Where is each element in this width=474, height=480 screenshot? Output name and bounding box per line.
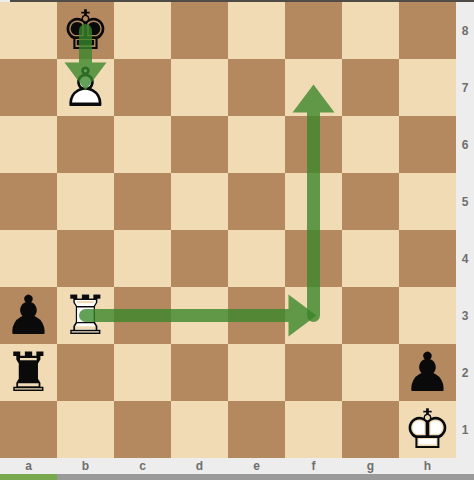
square-g5[interactable] bbox=[342, 173, 399, 230]
piece-black-pawn[interactable]: ♟ bbox=[0, 287, 57, 344]
square-g3[interactable] bbox=[342, 287, 399, 344]
square-b1[interactable] bbox=[57, 401, 114, 458]
square-b7[interactable]: ♟♙ bbox=[57, 59, 114, 116]
file-label-d: d bbox=[171, 458, 228, 474]
square-b2[interactable] bbox=[57, 344, 114, 401]
square-h1[interactable]: ♚♔ bbox=[399, 401, 456, 458]
board-progress-bar bbox=[0, 474, 474, 480]
square-d2[interactable] bbox=[171, 344, 228, 401]
piece-white-pawn[interactable]: ♟♙ bbox=[57, 59, 114, 116]
file-label-b: b bbox=[57, 458, 114, 474]
square-c2[interactable] bbox=[114, 344, 171, 401]
square-d4[interactable] bbox=[171, 230, 228, 287]
square-c3[interactable] bbox=[114, 287, 171, 344]
square-b4[interactable] bbox=[57, 230, 114, 287]
square-e2[interactable] bbox=[228, 344, 285, 401]
square-a3[interactable]: ♟ bbox=[0, 287, 57, 344]
square-d3[interactable] bbox=[171, 287, 228, 344]
square-g2[interactable] bbox=[342, 344, 399, 401]
rank-label-3: 3 bbox=[456, 287, 474, 344]
rank-label-7: 7 bbox=[456, 59, 474, 116]
square-d5[interactable] bbox=[171, 173, 228, 230]
square-h7[interactable] bbox=[399, 59, 456, 116]
square-e3[interactable] bbox=[228, 287, 285, 344]
square-f5[interactable] bbox=[285, 173, 342, 230]
black-king-glyph: ♚ bbox=[57, 2, 114, 59]
square-g7[interactable] bbox=[342, 59, 399, 116]
rank-coordinates: 87654321 bbox=[456, 2, 474, 458]
black-pawn-glyph: ♟ bbox=[399, 344, 456, 401]
square-f8[interactable] bbox=[285, 2, 342, 59]
rank-label-1: 1 bbox=[456, 401, 474, 458]
square-f4[interactable] bbox=[285, 230, 342, 287]
piece-white-king[interactable]: ♚♔ bbox=[399, 401, 456, 458]
file-label-f: f bbox=[285, 458, 342, 474]
square-a5[interactable] bbox=[0, 173, 57, 230]
progress-green-segment bbox=[0, 474, 57, 480]
square-e4[interactable] bbox=[228, 230, 285, 287]
square-a7[interactable] bbox=[0, 59, 57, 116]
square-h2[interactable]: ♟ bbox=[399, 344, 456, 401]
square-b3[interactable]: ♜♖ bbox=[57, 287, 114, 344]
file-label-g: g bbox=[342, 458, 399, 474]
square-c7[interactable] bbox=[114, 59, 171, 116]
square-f2[interactable] bbox=[285, 344, 342, 401]
square-b5[interactable] bbox=[57, 173, 114, 230]
black-rook-glyph: ♜ bbox=[0, 344, 57, 401]
white-rook-outline: ♖ bbox=[57, 287, 114, 344]
piece-white-rook[interactable]: ♜♖ bbox=[57, 287, 114, 344]
square-h6[interactable] bbox=[399, 116, 456, 173]
file-label-h: h bbox=[399, 458, 456, 474]
square-c5[interactable] bbox=[114, 173, 171, 230]
square-c4[interactable] bbox=[114, 230, 171, 287]
square-b6[interactable] bbox=[57, 116, 114, 173]
chess-widget: ♚♟♙♟♜♖♜♟♚♔ 87654321 abcdefgh bbox=[0, 0, 474, 480]
black-pawn-glyph: ♟ bbox=[0, 287, 57, 344]
square-g1[interactable] bbox=[342, 401, 399, 458]
square-c1[interactable] bbox=[114, 401, 171, 458]
progress-gray-segment bbox=[57, 474, 474, 480]
file-label-a: a bbox=[0, 458, 57, 474]
square-f3[interactable] bbox=[285, 287, 342, 344]
square-h8[interactable] bbox=[399, 2, 456, 59]
chess-board[interactable]: ♚♟♙♟♜♖♜♟♚♔ bbox=[0, 2, 456, 458]
white-pawn-outline: ♙ bbox=[57, 59, 114, 116]
square-f1[interactable] bbox=[285, 401, 342, 458]
square-g8[interactable] bbox=[342, 2, 399, 59]
square-h3[interactable] bbox=[399, 287, 456, 344]
square-e8[interactable] bbox=[228, 2, 285, 59]
square-f6[interactable] bbox=[285, 116, 342, 173]
square-a8[interactable] bbox=[0, 2, 57, 59]
rank-label-4: 4 bbox=[456, 230, 474, 287]
square-a1[interactable] bbox=[0, 401, 57, 458]
square-d7[interactable] bbox=[171, 59, 228, 116]
square-f7[interactable] bbox=[285, 59, 342, 116]
square-g4[interactable] bbox=[342, 230, 399, 287]
square-b8[interactable]: ♚ bbox=[57, 2, 114, 59]
white-king-outline: ♔ bbox=[399, 401, 456, 458]
square-e7[interactable] bbox=[228, 59, 285, 116]
square-a4[interactable] bbox=[0, 230, 57, 287]
square-h5[interactable] bbox=[399, 173, 456, 230]
square-a2[interactable]: ♜ bbox=[0, 344, 57, 401]
file-label-c: c bbox=[114, 458, 171, 474]
rank-label-2: 2 bbox=[456, 344, 474, 401]
piece-black-rook[interactable]: ♜ bbox=[0, 344, 57, 401]
rank-label-6: 6 bbox=[456, 116, 474, 173]
square-d1[interactable] bbox=[171, 401, 228, 458]
square-d6[interactable] bbox=[171, 116, 228, 173]
file-coordinates: abcdefgh bbox=[0, 458, 474, 474]
square-e5[interactable] bbox=[228, 173, 285, 230]
rank-label-8: 8 bbox=[456, 2, 474, 59]
square-c8[interactable] bbox=[114, 2, 171, 59]
square-a6[interactable] bbox=[0, 116, 57, 173]
square-c6[interactable] bbox=[114, 116, 171, 173]
square-h4[interactable] bbox=[399, 230, 456, 287]
square-e6[interactable] bbox=[228, 116, 285, 173]
square-g6[interactable] bbox=[342, 116, 399, 173]
piece-black-king[interactable]: ♚ bbox=[57, 2, 114, 59]
rank-label-5: 5 bbox=[456, 173, 474, 230]
file-label-e: e bbox=[228, 458, 285, 474]
piece-black-pawn[interactable]: ♟ bbox=[399, 344, 456, 401]
square-e1[interactable] bbox=[228, 401, 285, 458]
square-d8[interactable] bbox=[171, 2, 228, 59]
